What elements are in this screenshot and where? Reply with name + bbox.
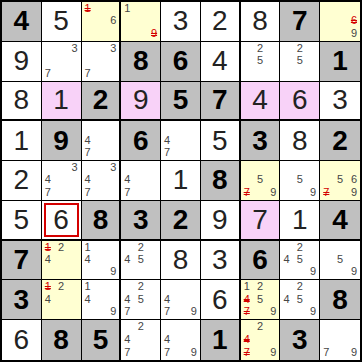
cell-r5c6[interactable]: 8 [201,161,241,201]
candidate-7: 7 [164,346,175,358]
candidate-5: 5 [294,293,305,305]
solved-digit: 1 [292,206,308,234]
candidate-2: 2 [255,43,266,55]
candidate-5: 5 [334,254,345,266]
candidate-4: 4 [124,254,135,266]
candidate-4: 4 [45,174,56,186]
given-digit: 7 [212,86,228,114]
given-digit: 9 [53,127,69,155]
candidate-9: 9 [106,305,117,317]
candidate-grid: 149 [82,280,120,319]
candidate-1-eliminated: 1 [85,3,96,15]
cell-r7c8[interactable]: 2459 [280,241,320,281]
candidate-2: 2 [255,281,266,293]
cell-r1c1[interactable]: 4 [2,2,42,42]
cell-r6c8[interactable]: 1 [280,201,320,241]
cell-r7c7[interactable]: 6 [241,241,281,281]
candidate-2: 2 [135,242,146,254]
solved-digit: 8 [292,127,308,155]
given-digit: 2 [332,127,348,155]
cell-r7c9[interactable]: 59 [320,241,360,281]
candidate-9: 9 [346,346,357,358]
cell-r8c1[interactable]: 3 [2,280,42,320]
candidate-1: 1 [85,281,96,293]
solved-digit: 8 [173,246,189,274]
cell-r9c6[interactable]: 1 [201,320,241,360]
cell-r1c2[interactable]: 5 [42,2,82,42]
candidate-6: 6 [106,15,117,27]
cell-r8c5[interactable]: 479 [161,280,201,320]
cell-r3c1[interactable]: 8 [2,82,42,122]
candidate-2: 2 [56,281,67,293]
cell-r3c8[interactable]: 6 [280,82,320,122]
cell-r1c4[interactable]: 19 [121,2,161,42]
cell-r8c8[interactable]: 2459 [280,280,320,320]
candidate-3: 3 [106,43,117,55]
candidate-9: 9 [266,305,277,317]
solved-digit: 5 [14,206,30,234]
cell-r4c4[interactable]: 6 [121,121,161,161]
cell-r8c6[interactable]: 6 [201,280,241,320]
cell-r6c7[interactable]: 7 [241,201,281,241]
cell-r6c2[interactable]: 6 [42,201,82,241]
candidate-1: 1 [244,281,255,293]
candidate-4: 4 [85,293,96,305]
given-digit: 2 [93,86,109,114]
cell-r7c5[interactable]: 8 [161,241,201,281]
cell-r9c1[interactable]: 6 [2,320,42,360]
cell-r2c9[interactable]: 1 [320,42,360,82]
solved-digit: 6 [14,326,30,354]
given-digit: 7 [292,7,308,35]
cell-r2c8[interactable]: 25 [280,42,320,82]
candidate-grid: 2459 [280,280,319,319]
cell-r6c9[interactable]: 4 [320,201,360,241]
candidate-7: 7 [124,305,135,317]
candidate-grid: 25 [280,42,319,81]
candidate-grid: 37 [82,42,120,81]
cell-r8c4[interactable]: 2457 [121,280,161,320]
cell-r4c3[interactable]: 47 [82,121,122,161]
cell-r2c2[interactable]: 37 [42,42,82,82]
cell-r5c5[interactable]: 1 [161,161,201,201]
candidate-7: 7 [85,186,96,198]
candidate-2: 2 [294,242,305,254]
cell-r2c1[interactable]: 9 [2,42,42,82]
solved-digit: 3 [173,7,189,35]
candidate-9: 9 [186,305,197,317]
candidate-grid: 479 [161,280,200,319]
candidate-4: 4 [124,174,135,186]
cell-r3c2[interactable]: 1 [42,82,82,122]
candidate-9: 9 [106,266,117,278]
cell-r4c1[interactable]: 1 [2,121,42,161]
candidate-9: 9 [305,186,316,198]
candidate-2: 2 [135,321,146,333]
candidate-grid: 247 [121,320,160,360]
candidate-7: 7 [164,146,175,158]
cell-r5c3[interactable]: 347 [82,161,122,201]
solved-digit: 9 [212,206,228,234]
candidate-7-eliminated: 7 [323,186,334,198]
cell-r4c9[interactable]: 2 [320,121,360,161]
cell-r4c8[interactable]: 8 [280,121,320,161]
candidate-9: 9 [346,266,357,278]
cell-r1c3[interactable]: 16 [82,2,122,42]
given-digit: 5 [173,86,189,114]
given-digit: 3 [292,326,308,354]
candidate-grid: 124579 [241,280,280,319]
solved-digit: 8 [252,7,268,35]
cell-r2c6[interactable]: 4 [201,42,241,82]
cell-r2c3[interactable]: 37 [82,42,122,82]
candidate-2: 2 [135,281,146,293]
cell-r3c4[interactable]: 9 [121,82,161,122]
cell-r3c7[interactable]: 4 [241,82,281,122]
candidate-5: 5 [294,55,305,67]
solved-digit: 2 [212,7,228,35]
solved-digit: 9 [133,86,149,114]
cell-r8c9[interactable]: 8 [320,280,360,320]
candidate-5: 5 [255,293,266,305]
cell-r1c6[interactable]: 2 [201,2,241,42]
candidate-5: 5 [255,55,266,67]
given-digit: 8 [53,326,69,354]
solved-digit: 5 [53,7,69,35]
candidate-9: 9 [305,305,316,317]
candidate-5: 5 [294,254,305,266]
candidate-1: 1 [124,3,135,15]
candidate-6-eliminated: 6 [346,15,357,27]
candidate-grid: 47 [121,161,160,200]
candidate-grid: 25 [241,42,280,81]
candidate-4: 4 [45,254,56,266]
candidate-grid: 16 [82,2,120,41]
candidate-3: 3 [106,162,117,174]
candidate-grid: 347 [82,161,120,200]
cell-r5c4[interactable]: 47 [121,161,161,201]
cell-r4c2[interactable]: 9 [42,121,82,161]
cell-r5c9[interactable]: 5679 [320,161,360,201]
candidate-2: 2 [294,281,305,293]
given-digit: 8 [332,286,348,314]
candidate-5: 5 [255,174,266,186]
solved-digit: 1 [53,86,69,114]
cell-r1c5[interactable]: 3 [161,2,201,42]
candidate-5: 5 [294,174,305,186]
given-digit: 6 [252,246,268,274]
candidate-4: 4 [283,254,294,266]
candidate-4: 4 [85,134,96,146]
cell-r9c9[interactable]: 79 [320,320,360,360]
candidate-2: 2 [294,43,305,55]
candidate-9: 9 [346,27,357,39]
cell-r5c1[interactable]: 2 [2,161,42,201]
candidate-7: 7 [45,67,56,79]
solved-digit: 6 [292,86,308,114]
candidate-4: 4 [45,293,56,305]
candidate-9-eliminated: 9 [146,27,157,39]
cell-r7c4[interactable]: 245 [121,241,161,281]
cell-r9c3[interactable]: 5 [82,320,122,360]
cell-r6c5[interactable]: 2 [161,201,201,241]
candidate-4: 4 [124,293,135,305]
solved-digit: 4 [212,47,228,75]
given-digit: 4 [14,7,30,35]
cell-r3c5[interactable]: 5 [161,82,201,122]
cell-r1c8[interactable]: 7 [280,2,320,42]
cell-r9c8[interactable]: 3 [280,320,320,360]
cell-r3c6[interactable]: 7 [201,82,241,122]
cell-r5c8[interactable]: 59 [280,161,320,201]
cell-r9c2[interactable]: 8 [42,320,82,360]
candidate-grid: 149 [82,241,120,280]
given-digit: 8 [212,166,228,194]
solved-digit: 5 [212,127,228,155]
candidate-grid: 579 [241,161,280,200]
cell-r7c1[interactable]: 7 [2,241,42,281]
cell-r5c2[interactable]: 347 [42,161,82,201]
cell-r2c7[interactable]: 25 [241,42,281,82]
cell-r8c3[interactable]: 149 [82,280,122,320]
candidate-9: 9 [266,346,277,358]
cell-r2c4[interactable]: 8 [121,42,161,82]
candidate-7: 7 [45,186,56,198]
candidate-7: 7 [323,346,334,358]
given-digit: 2 [173,206,189,234]
candidate-1-eliminated: 1 [45,242,56,254]
candidate-1: 1 [85,242,96,254]
given-digit: 5 [93,326,109,354]
given-digit: 6 [173,47,189,75]
candidate-4: 4 [85,174,96,186]
candidate-4: 4 [124,333,135,345]
candidate-grid: 124 [42,241,81,280]
candidate-grid: 47 [161,121,200,160]
given-digit: 8 [133,47,149,75]
candidate-3: 3 [67,43,78,55]
cell-r3c9[interactable]: 3 [320,82,360,122]
candidate-9: 9 [305,266,316,278]
candidate-grid: 2459 [280,241,319,280]
solved-digit: 3 [332,86,348,114]
cell-r6c4[interactable]: 3 [121,201,161,241]
candidate-grid: 37 [42,42,81,81]
candidate-4-eliminated: 4 [244,333,255,345]
cell-r5c7[interactable]: 579 [241,161,281,201]
given-digit: 3 [252,127,268,155]
candidate-7-eliminated: 7 [244,346,255,358]
cell-r7c3[interactable]: 149 [82,241,122,281]
candidate-4: 4 [283,293,294,305]
candidate-7-eliminated: 7 [244,186,255,198]
solved-digit: 7 [252,206,268,234]
solved-digit: 1 [14,127,30,155]
solved-digit: 9 [14,47,30,75]
cell-r6c3[interactable]: 8 [82,201,122,241]
candidate-grid: 79 [320,320,360,360]
solved-digit: 2 [14,166,30,194]
cell-r8c2[interactable]: 124 [42,280,82,320]
given-digit: 3 [133,206,149,234]
solved-digit: 3 [212,246,228,274]
cell-r9c4[interactable]: 247 [121,320,161,360]
candidate-grid: 479 [161,320,200,360]
candidate-7: 7 [85,67,96,79]
cell-r4c5[interactable]: 47 [161,121,201,161]
candidate-9: 9 [266,186,277,198]
candidate-2: 2 [255,321,266,333]
candidate-1-eliminated: 1 [45,281,56,293]
candidate-5: 5 [135,293,146,305]
candidate-6: 6 [346,174,357,186]
cell-r4c6[interactable]: 5 [201,121,241,161]
candidate-4-eliminated: 4 [244,293,255,305]
candidate-9: 9 [186,346,197,358]
solved-digit: 4 [252,86,268,114]
given-digit: 8 [93,206,109,234]
candidate-3: 3 [67,162,78,174]
cell-r4c7[interactable]: 3 [241,121,281,161]
candidate-grid: 59 [280,161,319,200]
candidate-grid: 124 [42,280,81,319]
cell-r7c2[interactable]: 124 [42,241,82,281]
solved-digit: 6 [212,286,228,314]
sudoku-board: 4516193287699373786425251812957463194764… [0,0,362,362]
candidate-grid: 2457 [121,280,160,319]
cell-r2c5[interactable]: 6 [161,42,201,82]
candidate-7: 7 [164,305,175,317]
cell-r1c7[interactable]: 8 [241,2,281,42]
candidate-7: 7 [124,346,135,358]
cell-r6c6[interactable]: 9 [201,201,241,241]
given-digit: 1 [212,326,228,354]
solved-digit: 8 [14,86,30,114]
cell-r3c3[interactable]: 2 [82,82,122,122]
given-digit: 4 [332,206,348,234]
candidate-4: 4 [164,134,175,146]
candidate-7: 7 [124,186,135,198]
candidate-grid: 5679 [320,161,360,200]
candidate-grid: 19 [121,2,160,41]
candidate-9: 9 [346,186,357,198]
solved-digit: 6 [53,206,69,234]
candidate-2: 2 [56,242,67,254]
given-digit: 7 [14,246,30,274]
candidate-7-eliminated: 7 [244,305,255,317]
candidate-grid: 347 [42,161,81,200]
given-digit: 1 [332,47,348,75]
candidate-grid: 59 [320,241,360,280]
candidate-5: 5 [334,174,345,186]
candidate-grid: 69 [320,2,360,41]
given-digit: 3 [14,286,30,314]
cell-r1c9[interactable]: 69 [320,2,360,42]
candidate-4: 4 [164,293,175,305]
cell-r9c5[interactable]: 479 [161,320,201,360]
candidate-4: 4 [85,254,96,266]
given-digit: 6 [133,127,149,155]
solved-digit: 1 [173,166,189,194]
candidate-7: 7 [85,146,96,158]
candidate-grid: 245 [121,241,160,280]
candidate-grid: 2479 [241,320,280,360]
candidate-grid: 47 [82,121,120,160]
candidate-5: 5 [135,254,146,266]
cell-r7c6[interactable]: 3 [201,241,241,281]
cell-r9c7[interactable]: 2479 [241,320,281,360]
candidate-4: 4 [164,333,175,345]
cell-r8c7[interactable]: 124579 [241,280,281,320]
cell-r6c1[interactable]: 5 [2,201,42,241]
